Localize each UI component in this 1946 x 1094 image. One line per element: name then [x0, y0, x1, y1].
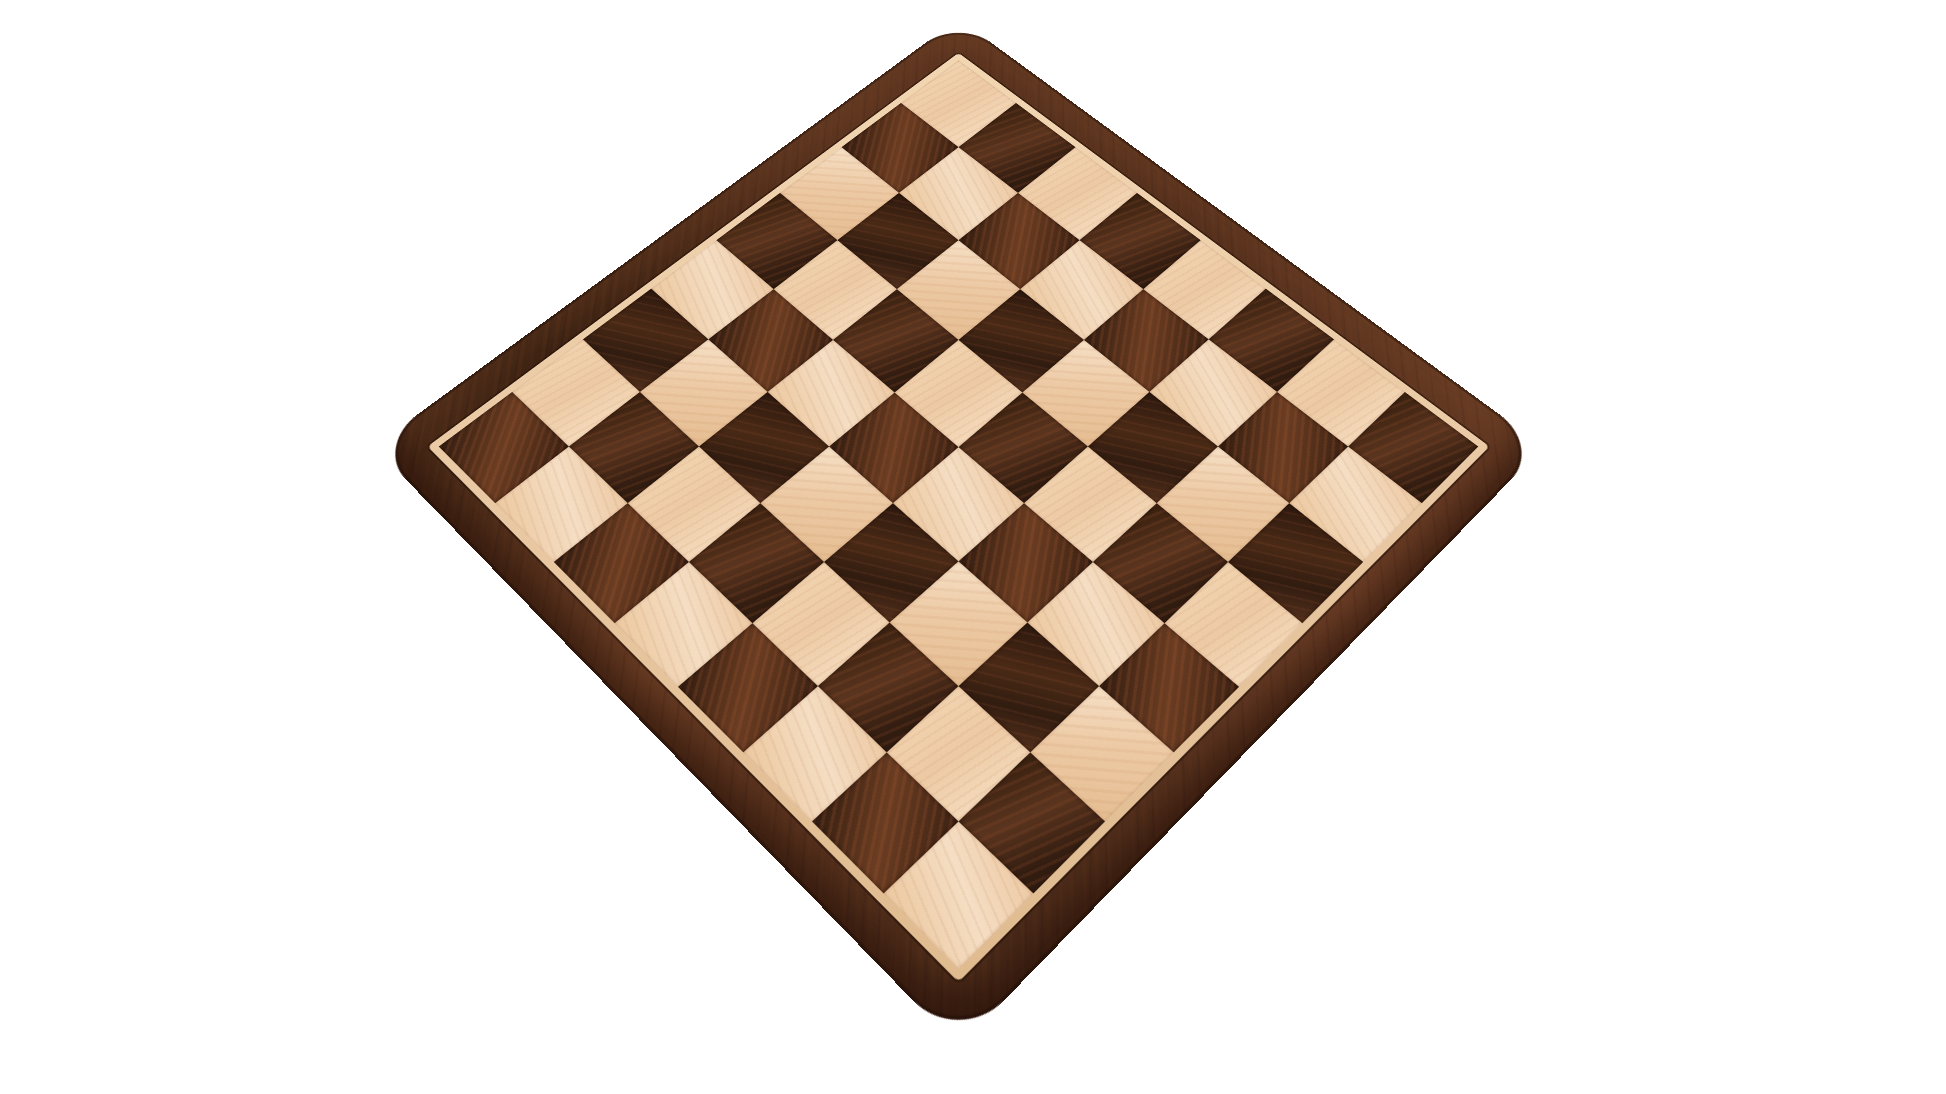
- border-inlay-line: [427, 52, 1489, 981]
- product-photo: [0, 0, 1946, 1094]
- chess-board-grid: [438, 60, 1477, 968]
- chess-board: [373, 18, 1543, 1046]
